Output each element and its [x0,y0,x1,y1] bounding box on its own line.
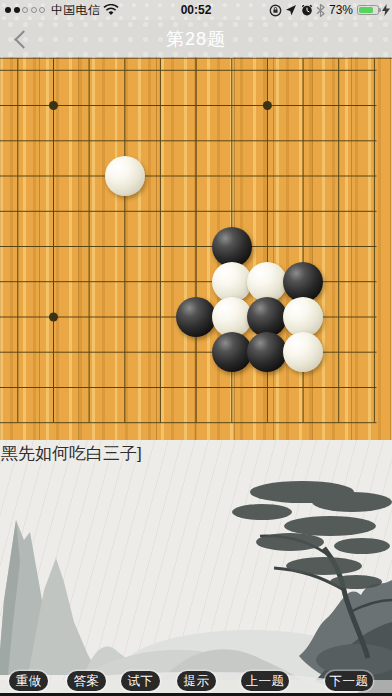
orientation-lock-icon [269,4,282,17]
answer-button[interactable]: 答案 [67,671,106,691]
white-stone [212,262,252,302]
nav-bar: 第28题 [0,20,392,57]
bluetooth-icon [316,4,325,17]
alarm-icon [301,4,313,16]
redo-button[interactable]: 重做 [9,671,48,691]
black-stone [212,332,252,372]
white-stone [105,156,145,196]
battery-icon [357,5,379,16]
location-icon [285,4,297,16]
screen: 中国电信 00:52 [0,0,392,696]
black-stone [212,227,252,267]
next-problem-button[interactable]: 下一题 [325,671,373,691]
black-stone [283,262,323,302]
white-stone [247,262,287,302]
status-bar: 中国电信 00:52 [0,0,392,20]
ink-wash-painting [0,440,392,696]
battery-percent: 73% [329,3,353,17]
black-stone [176,297,216,337]
white-stone [212,297,252,337]
lower-panel: 黑先如何吃白三子] [0,440,392,696]
go-board[interactable] [0,57,392,440]
previous-problem-button[interactable]: 上一题 [241,671,289,691]
try-button[interactable]: 试下 [121,671,160,691]
white-stone [283,332,323,372]
page-title: 第28题 [0,20,392,57]
status-right: 73% [269,0,390,20]
charging-bolt-icon [382,4,390,16]
white-stone [283,297,323,337]
puzzle-caption: 黑先如何吃白三子] [1,442,142,465]
hint-button[interactable]: 提示 [177,671,216,691]
